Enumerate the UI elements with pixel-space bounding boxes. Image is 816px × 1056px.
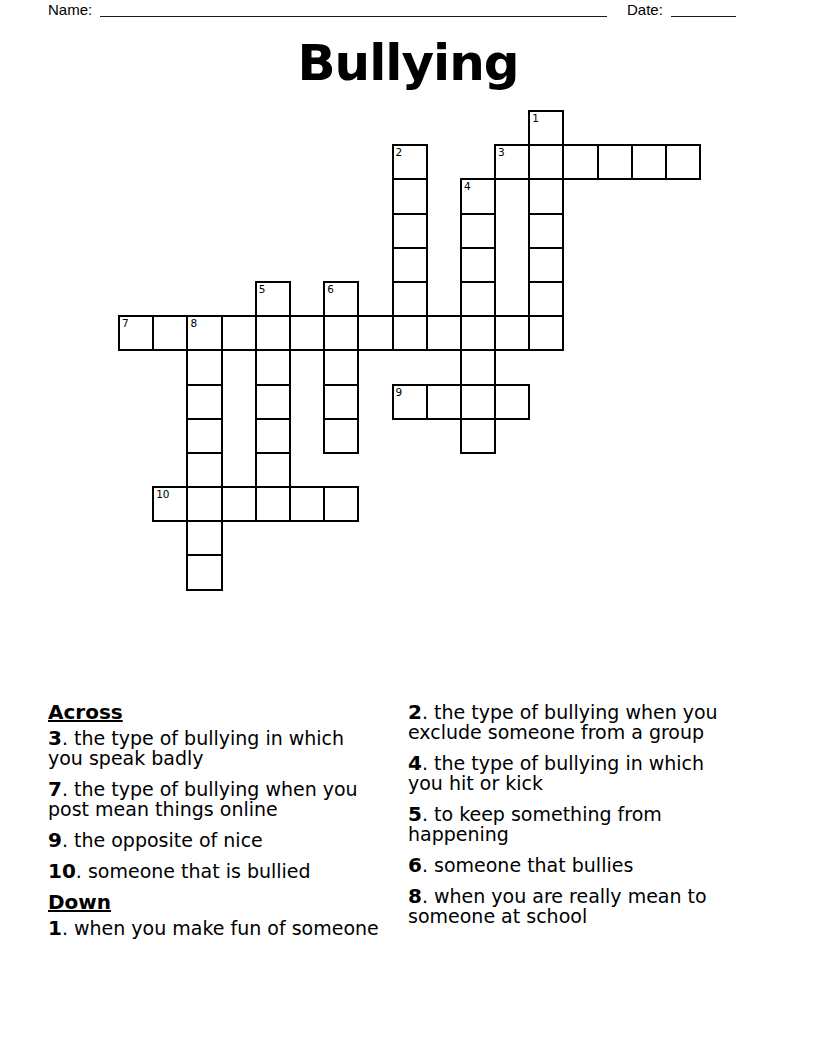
- crossword-cell[interactable]: 2: [392, 144, 428, 180]
- crossword-cell[interactable]: [426, 384, 462, 420]
- cell-number: 1: [532, 112, 539, 124]
- clue-number: 5: [408, 802, 422, 826]
- crossword-cell[interactable]: [460, 384, 496, 420]
- date-input-line[interactable]: [671, 3, 736, 17]
- crossword-cell[interactable]: [323, 384, 359, 420]
- crossword-cell[interactable]: [323, 315, 359, 351]
- crossword-cell[interactable]: [494, 315, 530, 351]
- cell-number: 9: [396, 386, 403, 398]
- puzzle-title: Bullying: [0, 33, 816, 93]
- cell-number: 10: [156, 488, 169, 500]
- crossword-cell[interactable]: [460, 213, 496, 249]
- crossword-cell[interactable]: 7: [118, 315, 154, 351]
- down-clue-list-right: 2. the type of bullying when youexclude …: [408, 702, 798, 937]
- crossword-cell[interactable]: 9: [392, 384, 428, 420]
- clue-down-1: 1. when you make fun of someone: [48, 918, 403, 938]
- crossword-cell[interactable]: [426, 315, 462, 351]
- crossword-cell[interactable]: [528, 281, 564, 317]
- crossword-cell[interactable]: [255, 452, 291, 488]
- crossword-cell[interactable]: [186, 418, 222, 454]
- crossword-cell[interactable]: [186, 384, 222, 420]
- cell-number: 8: [190, 317, 197, 329]
- cell-number: 2: [396, 146, 403, 158]
- crossword-cell[interactable]: [392, 213, 428, 249]
- crossword-cell[interactable]: [528, 178, 564, 214]
- crossword-cell[interactable]: [255, 384, 291, 420]
- crossword-cell[interactable]: [562, 144, 598, 180]
- crossword-cell[interactable]: [392, 247, 428, 283]
- clue-number: 7: [48, 777, 62, 801]
- crossword-cell[interactable]: [186, 452, 222, 488]
- crossword-cell[interactable]: [323, 418, 359, 454]
- crossword-cell[interactable]: [528, 213, 564, 249]
- crossword-cell[interactable]: [221, 486, 257, 522]
- cell-number: 7: [122, 317, 129, 329]
- crossword-cell[interactable]: [255, 315, 291, 351]
- clues-left-column: Across 3. the type of bullying in whichy…: [48, 702, 403, 949]
- crossword-cell[interactable]: [460, 349, 496, 385]
- crossword-cell[interactable]: [460, 281, 496, 317]
- crossword-cell[interactable]: [186, 554, 222, 590]
- clue-number: 6: [408, 853, 422, 877]
- crossword-cell[interactable]: 5: [255, 281, 291, 317]
- clue-across-3: 3. the type of bullying in whichyou spea…: [48, 728, 403, 768]
- down-header: Down: [48, 892, 403, 913]
- cell-number: 4: [464, 180, 471, 192]
- clue-number: 4: [408, 751, 422, 775]
- clue-number: 1: [48, 916, 62, 940]
- clue-number: 10: [48, 859, 76, 883]
- clue-down-5: 5. to keep something fromhappening: [408, 804, 798, 844]
- crossword-cell[interactable]: [255, 486, 291, 522]
- clue-across-10: 10. someone that is bullied: [48, 861, 403, 881]
- cell-number: 6: [327, 283, 334, 295]
- crossword-cell[interactable]: 10: [152, 486, 188, 522]
- crossword-cell[interactable]: [460, 315, 496, 351]
- crossword-cell[interactable]: [392, 281, 428, 317]
- across-header: Across: [48, 702, 403, 723]
- crossword-cell[interactable]: 6: [323, 281, 359, 317]
- crossword-cell[interactable]: [323, 486, 359, 522]
- name-label: Name:: [48, 1, 92, 18]
- crossword-cell[interactable]: [152, 315, 188, 351]
- clue-down-6: 6. someone that bullies: [408, 855, 798, 875]
- cell-number: 5: [259, 283, 266, 295]
- crossword-cell[interactable]: [460, 247, 496, 283]
- crossword-cell[interactable]: [221, 315, 257, 351]
- crossword-worksheet: Name: Date: Bullying 12345678910 Across …: [0, 0, 816, 1056]
- clue-number: 9: [48, 828, 62, 852]
- crossword-cell[interactable]: [528, 247, 564, 283]
- clue-down-4: 4. the type of bullying in whichyou hit …: [408, 753, 798, 793]
- crossword-cell[interactable]: [665, 144, 701, 180]
- name-input-line[interactable]: [100, 3, 607, 17]
- crossword-cell[interactable]: [494, 384, 530, 420]
- crossword-cell[interactable]: [255, 349, 291, 385]
- clue-down-2: 2. the type of bullying when youexclude …: [408, 702, 798, 742]
- cell-number: 3: [498, 146, 505, 158]
- clue-down-8: 8. when you are really mean tosomeone at…: [408, 886, 798, 926]
- clue-number: 8: [408, 884, 422, 908]
- down-clue-list-left: 1. when you make fun of someone: [48, 918, 403, 938]
- crossword-cell[interactable]: [460, 418, 496, 454]
- crossword-cell[interactable]: [528, 144, 564, 180]
- crossword-cell[interactable]: [528, 315, 564, 351]
- crossword-cell[interactable]: [357, 315, 393, 351]
- clue-number: 2: [408, 700, 422, 724]
- crossword-cell[interactable]: [392, 178, 428, 214]
- clue-across-9: 9. the opposite of nice: [48, 830, 403, 850]
- crossword-cell[interactable]: [323, 349, 359, 385]
- crossword-cell[interactable]: [255, 418, 291, 454]
- crossword-cell[interactable]: [597, 144, 633, 180]
- crossword-cell[interactable]: [631, 144, 667, 180]
- crossword-cell[interactable]: 8: [186, 315, 222, 351]
- crossword-cell[interactable]: [186, 486, 222, 522]
- crossword-cell[interactable]: [289, 315, 325, 351]
- crossword-cell[interactable]: [186, 349, 222, 385]
- crossword-cell[interactable]: 1: [528, 110, 564, 146]
- crossword-cell[interactable]: 3: [494, 144, 530, 180]
- crossword-cell[interactable]: 4: [460, 178, 496, 214]
- crossword-grid: 12345678910: [118, 110, 699, 589]
- crossword-cell[interactable]: [289, 486, 325, 522]
- clue-number: 3: [48, 726, 62, 750]
- date-label: Date:: [627, 1, 663, 18]
- crossword-cell[interactable]: [186, 520, 222, 556]
- across-clue-list: 3. the type of bullying in whichyou spea…: [48, 728, 403, 881]
- clue-across-7: 7. the type of bullying when youpost mea…: [48, 779, 403, 819]
- crossword-cell[interactable]: [392, 315, 428, 351]
